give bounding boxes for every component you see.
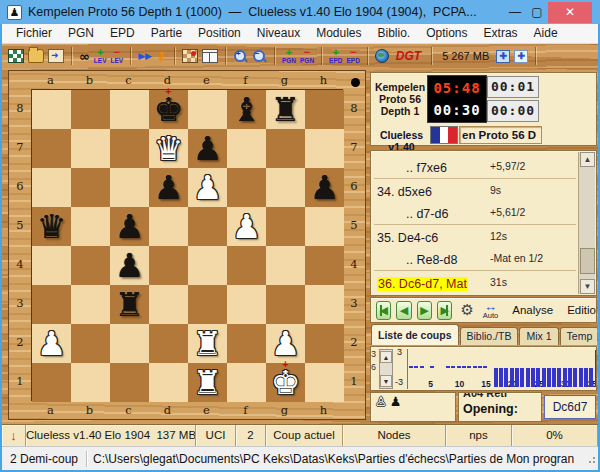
toolbar-separator: [274, 47, 275, 65]
square-f5[interactable]: ♟: [227, 207, 266, 246]
level-plus-icon-glyph: +: [97, 48, 103, 57]
tab-biblio-tb[interactable]: Biblio./TB: [460, 327, 519, 345]
eval-bar-move-33: [579, 368, 583, 387]
square-h3[interactable]: [305, 285, 344, 324]
eval-bar-move-32: [573, 368, 577, 387]
evaluation-chart: 3 -3 5101520253035: [395, 347, 597, 391]
black-pawn-icon: ♟: [390, 394, 402, 409]
new-board-icon[interactable]: [8, 45, 24, 67]
move-info: +5,61/2: [490, 201, 525, 224]
panel-tabs: Liste de coupsBiblio./TBMix 1Temp: [371, 323, 597, 345]
epd-minus-icon-glyph: −: [350, 48, 356, 57]
toolbar-separator: [174, 47, 175, 65]
level-minus-icon-sub: LEV: [111, 57, 124, 64]
zoom-out-icon[interactable]: −: [252, 45, 267, 67]
square-f6[interactable]: [227, 168, 266, 207]
square-c4[interactable]: ♟: [110, 246, 149, 285]
file-label-bottom-f: f: [226, 403, 265, 417]
rank-label-left-4: 4: [13, 245, 27, 284]
eval-bar-move-31: [568, 368, 572, 387]
epd-plus-icon-sub: EPD: [329, 57, 342, 64]
layout-restore-icon-shape: ✚: [514, 50, 528, 63]
tab-window-icon-shape: [202, 49, 218, 63]
rank-label-right-3: 3: [347, 284, 361, 323]
pin-board-icon[interactable]: [182, 45, 198, 67]
first-move-button[interactable]: ◀: [376, 301, 391, 320]
file-label-bottom-b: b: [70, 403, 109, 417]
file-label-top-b: b: [70, 73, 109, 87]
chess-board: ♚+♝♜♛♟♟♟♟♛♟♟♟♜♟♜♟♜♚+ aabbccddeeffgghh887…: [8, 70, 366, 420]
square-f1[interactable]: [227, 363, 266, 402]
level-minus-icon[interactable]: −LEV: [111, 45, 124, 67]
square-b4[interactable]: [71, 246, 110, 285]
eval-bar-move-2: [414, 366, 418, 368]
white-engine-name: Kempelen Proto 56 Depth 1: [373, 75, 427, 123]
square-g2[interactable]: ♟: [266, 324, 305, 363]
square-e1[interactable]: ♜: [188, 363, 227, 402]
white-rook[interactable]: ♜: [188, 324, 227, 363]
square-c3[interactable]: ♜: [110, 285, 149, 324]
eval-bar-move-13: [473, 366, 477, 368]
square-c5[interactable]: ♟: [110, 207, 149, 246]
pgn-plus-icon-glyph: +: [286, 48, 292, 57]
rank-label-right-7: 7: [347, 128, 361, 167]
square-h4[interactable]: [305, 246, 344, 285]
move-text: .. d7-d6: [374, 207, 448, 221]
nodes-cell: Nodes: [343, 425, 446, 447]
move-row[interactable]: .. d7-d6+5,61/2: [374, 201, 576, 224]
square-a7[interactable]: [32, 129, 71, 168]
current-move-highlight: 36. Dc6-d7, Mat: [377, 277, 468, 291]
file-path: C:\Users\glegat\Documents\PC Keks\Datas\…: [87, 452, 586, 466]
black-clock-main: 00:01: [487, 76, 539, 98]
square-a1[interactable]: [32, 363, 71, 402]
white-pawn[interactable]: ♟: [227, 207, 266, 246]
move-info: -Mat en 1/2: [490, 247, 543, 270]
new-board-icon-shape: [8, 49, 24, 63]
scrollbar-thumb[interactable]: [580, 248, 595, 274]
menu-position[interactable]: Position: [190, 24, 249, 43]
move-text: 34. d5xe6: [374, 185, 432, 199]
file-label-bottom-h: h: [304, 403, 343, 417]
title-bar: ♟ Kempelen Proto 56 Depth 1 (1000) — Clu…: [0, 0, 600, 24]
eval-bar-move-15: [483, 366, 487, 368]
square-f8[interactable]: ♝: [227, 90, 266, 129]
square-a6[interactable]: [32, 168, 71, 207]
square-d5[interactable]: [149, 207, 188, 246]
black-pawn[interactable]: ♟: [188, 129, 227, 168]
move-text: .. f7xe6: [374, 161, 447, 175]
tab-mix-1[interactable]: Mix 1: [519, 327, 558, 345]
previous-move-button[interactable]: ◀: [396, 301, 411, 320]
square-b7[interactable]: [71, 129, 110, 168]
white-engine-name-line2: Proto 56: [373, 93, 427, 105]
square-e7[interactable]: ♟: [188, 129, 227, 168]
eval-bar-move-27: [547, 368, 551, 387]
scroll-up-button[interactable]: ▲: [580, 152, 595, 167]
auto-play-button[interactable]: ↔ Auto: [483, 301, 498, 320]
board-grid: ♚+♝♜♛♟♟♟♟♛♟♟♟♜♟♜♟♜♚+: [31, 89, 343, 401]
globe-icon-shape: [375, 49, 389, 63]
square-f4[interactable]: [227, 246, 266, 285]
eval-bar-move-30: [563, 368, 567, 387]
menu-aide[interactable]: Aide: [526, 24, 566, 43]
square-c2[interactable]: [110, 324, 149, 363]
square-a4[interactable]: [32, 246, 71, 285]
square-f3[interactable]: [227, 285, 266, 324]
eval-bar-move-17: [494, 368, 498, 387]
square-b8[interactable]: [71, 90, 110, 129]
fast-forward-icon[interactable]: ▶▶: [138, 45, 152, 67]
opening-box: A04 Réti Opening:: [458, 392, 542, 422]
save-game-icon[interactable]: [48, 45, 64, 67]
square-h1[interactable]: [305, 363, 344, 402]
tab-temp[interactable]: Temp: [560, 327, 597, 345]
black-rook[interactable]: ♜: [266, 90, 305, 129]
move-info: 9s: [490, 179, 501, 202]
x-tick-5: 5: [428, 379, 433, 389]
scale-label: 3: [371, 348, 378, 361]
chart-scale-labels: 36: [371, 348, 378, 374]
square-h5[interactable]: [305, 207, 344, 246]
white-engine-name-line3: Depth 1: [373, 105, 427, 117]
square-b5[interactable]: [71, 207, 110, 246]
save-game-icon-shape: [48, 49, 64, 63]
file-label-top-c: c: [109, 73, 148, 87]
maximize-button[interactable]: ▢: [526, 2, 548, 22]
menu-epd[interactable]: EPD: [102, 24, 143, 43]
eval-bar-move-22: [520, 368, 524, 387]
app-icon: ♟: [7, 5, 22, 20]
square-g1[interactable]: ♚+: [266, 363, 305, 402]
open-folder-icon-shape: [28, 49, 44, 63]
auto-label: Auto: [483, 312, 498, 320]
chart-scale-spinner[interactable]: ▲ ▼: [379, 349, 393, 389]
window-edge-left: [0, 24, 2, 470]
current-move-cell: Coup actuel: [266, 425, 343, 447]
tab-liste-de-coups[interactable]: Liste de coups: [371, 324, 459, 345]
rank-label-left-7: 7: [13, 128, 27, 167]
engine-status-bar: ↓Clueless v1.40 Elo 1904 137 MBUCI2Coup …: [2, 424, 598, 446]
x-tick-10: 10: [455, 379, 464, 389]
move-info: 12s: [490, 225, 507, 248]
material-tray: ♙♟: [370, 392, 456, 422]
level-plus-icon[interactable]: +LEV: [94, 45, 107, 67]
pgn-minus-icon-glyph: −: [304, 48, 310, 57]
toolbar-separator: [130, 47, 131, 65]
menu-niveaux[interactable]: Niveaux: [249, 24, 308, 43]
square-h2[interactable]: [305, 324, 344, 363]
zoom-out-icon-sign: −: [255, 49, 260, 58]
white-pawn[interactable]: ♟: [32, 324, 71, 363]
pgn-minus-icon-sub: PGN: [300, 57, 314, 64]
swap-updown-icon[interactable]: ↕: [156, 45, 167, 67]
epd-plus-icon[interactable]: +EPD: [329, 45, 342, 67]
menu-partie[interactable]: Partie: [143, 24, 190, 43]
white-engine-marquee: en Proto 56 D: [459, 126, 542, 144]
epd-minus-icon[interactable]: −EPD: [346, 45, 359, 67]
menu-fichier[interactable]: Fichier: [8, 24, 60, 43]
fullscreen-icon-shape: ✚: [496, 50, 510, 63]
square-f7[interactable]: [227, 129, 266, 168]
scale-up-button[interactable]: ▲: [380, 351, 392, 363]
black-clock-bonus: 00:00: [487, 100, 539, 122]
square-c1[interactable]: [110, 363, 149, 402]
pgn-minus-icon[interactable]: −PGN: [300, 45, 314, 67]
halfmove-counter: 2 Demi-coup: [2, 452, 86, 466]
rank-label-left-5: 5: [13, 206, 27, 245]
dgt-board-logo[interactable]: DGT: [393, 45, 424, 67]
eval-bar-move-29: [557, 368, 561, 387]
engine-arrow-icon: ↓: [2, 425, 26, 447]
eval-bar-move-28: [552, 368, 556, 387]
square-e3[interactable]: [188, 285, 227, 324]
france-flag-icon: [430, 126, 458, 144]
resize-grip[interactable]: [586, 454, 596, 464]
white-pawn[interactable]: ♟: [188, 168, 227, 207]
check-marker: +: [266, 360, 305, 370]
square-d3[interactable]: [149, 285, 188, 324]
toolbar-separator: [71, 47, 72, 65]
black-rook[interactable]: ♜: [110, 285, 149, 324]
eval-bar-move-23: [526, 368, 530, 387]
depth-cell: 2: [236, 425, 266, 447]
clock-panel: Kempelen Proto 56 Depth 1 05:48 00:30 00…: [370, 72, 597, 146]
move-row[interactable]: 35. De4-c612s: [374, 224, 576, 247]
toolbar-separator: [225, 47, 226, 65]
move-list-scrollbar[interactable]: ▲ ▼: [578, 152, 595, 294]
level-minus-icon-glyph: −: [114, 48, 120, 57]
square-h6[interactable]: ♟: [305, 168, 344, 207]
level-plus-icon-sub: LEV: [94, 57, 107, 64]
open-folder-icon[interactable]: [28, 45, 44, 67]
scale-label: 6: [371, 361, 378, 374]
opening-code: A04 Réti: [463, 392, 541, 399]
square-d7[interactable]: ♛: [149, 129, 188, 168]
eval-bar-move-25: [536, 368, 540, 387]
menu-options[interactable]: Options: [418, 24, 475, 43]
settings-gear-icon[interactable]: ⚙: [460, 301, 473, 319]
file-label-top-h: h: [304, 73, 343, 87]
status-bar: 2 Demi-coup C:\Users\glegat\Documents\PC…: [2, 446, 598, 470]
square-d2[interactable]: [149, 324, 188, 363]
square-e4[interactable]: [188, 246, 227, 285]
eval-bar-move-36: [595, 350, 598, 387]
file-label-bottom-d: d: [148, 403, 187, 417]
check-marker: +: [149, 87, 188, 97]
move-list: .. f7xe6+5,97/234. d5xe69s.. d7-d6+5,61/…: [370, 150, 597, 296]
black-pawn[interactable]: ♟: [305, 168, 344, 207]
black-bishop[interactable]: ♝: [227, 90, 266, 129]
rank-label-right-1: 1: [347, 362, 361, 401]
black-pawn[interactable]: ♟: [110, 246, 149, 285]
epd-minus-icon-sub: EPD: [346, 57, 359, 64]
white-rook[interactable]: ♜: [188, 363, 227, 402]
fullscreen-icon[interactable]: ✚: [496, 45, 510, 67]
move-row[interactable]: .. f7xe6+5,97/2: [374, 155, 576, 178]
square-g5[interactable]: [266, 207, 305, 246]
move-text: .. Re8-d8: [374, 253, 457, 267]
square-d6[interactable]: ♟: [149, 168, 188, 207]
white-queen[interactable]: ♛: [149, 129, 188, 168]
square-d4[interactable]: [149, 246, 188, 285]
eval-bar-move-5: [430, 366, 434, 368]
eval-bar-move-21: [515, 368, 519, 387]
menu-bar: FichierPGNEPDPartiePositionNiveauxModule…: [2, 24, 598, 44]
memory-label: 5 267 MB: [439, 45, 492, 67]
scroll-down-button[interactable]: ▼: [580, 279, 595, 294]
rank-label-right-8: 8: [347, 89, 361, 128]
square-b1[interactable]: [71, 363, 110, 402]
square-c8[interactable]: [110, 90, 149, 129]
file-label-bottom-e: e: [187, 403, 226, 417]
square-g4[interactable]: [266, 246, 305, 285]
white-clock: 05:48 00:30: [427, 75, 487, 123]
black-queen[interactable]: ♛: [32, 207, 71, 246]
menu-pgn[interactable]: PGN: [60, 24, 102, 43]
white-engine-name-line1: Kempelen: [373, 81, 427, 93]
file-label-top-a: a: [31, 73, 70, 87]
infinite-analysis-icon[interactable]: ∞: [79, 45, 90, 67]
file-label-bottom-c: c: [109, 403, 148, 417]
toolbar-separator: [321, 47, 322, 65]
square-h8[interactable]: [305, 90, 344, 129]
close-button[interactable]: ✕: [548, 2, 592, 23]
pgn-plus-icon[interactable]: +PGN: [282, 45, 296, 67]
square-c7[interactable]: [110, 129, 149, 168]
square-a5[interactable]: ♛: [32, 207, 71, 246]
eval-bar-move-9: [451, 366, 455, 368]
eval-bar-move-18: [499, 368, 503, 387]
square-g3[interactable]: [266, 285, 305, 324]
move-row[interactable]: 34. d5xe69s: [374, 178, 576, 201]
eval-bar-move-3: [420, 366, 424, 368]
square-c6[interactable]: [110, 168, 149, 207]
rank-label-left-1: 1: [13, 362, 27, 401]
menu-extras[interactable]: Extras: [476, 24, 526, 43]
square-f2[interactable]: [227, 324, 266, 363]
square-e5[interactable]: [188, 207, 227, 246]
move-text: 36. Dc6-d7, Mat: [374, 277, 468, 291]
file-label-top-g: g: [265, 73, 304, 87]
square-h7[interactable]: [305, 129, 344, 168]
square-b6[interactable]: [71, 168, 110, 207]
square-d1[interactable]: [149, 363, 188, 402]
white-pawn[interactable]: ♟: [266, 324, 305, 363]
white-pawn-icon: ♙: [375, 394, 387, 409]
y-axis-bottom-label: -3: [395, 377, 403, 387]
eval-bar-move-35: [589, 368, 593, 387]
rank-label-right-4: 4: [347, 245, 361, 284]
square-a8[interactable]: [32, 90, 71, 129]
black-engine-name-line1: Clueless: [373, 129, 430, 141]
square-a2[interactable]: ♟: [32, 324, 71, 363]
rank-label-left-2: 2: [13, 323, 27, 362]
rank-label-left-6: 6: [13, 167, 27, 206]
square-e6[interactable]: ♟: [188, 168, 227, 207]
analyse-button[interactable]: Analyse: [512, 304, 553, 316]
square-b3[interactable]: [71, 285, 110, 324]
move-row[interactable]: .. Re8-d8-Mat en 1/2: [374, 247, 576, 270]
edition-button[interactable]: Editio: [567, 304, 596, 316]
layout-restore-icon[interactable]: ✚: [514, 45, 528, 67]
toolbar-separator: [431, 47, 432, 65]
black-clock: 00:01 00:00: [487, 75, 539, 123]
tab-window-icon[interactable]: [202, 45, 218, 67]
rank-label-right-5: 5: [347, 206, 361, 245]
globe-icon[interactable]: [375, 45, 389, 67]
scale-down-button[interactable]: ▼: [380, 375, 392, 387]
zoom-in-icon[interactable]: +: [233, 45, 248, 67]
rank-label-right-6: 6: [347, 167, 361, 206]
last-move-button[interactable]: ▶: [437, 301, 452, 320]
eval-bar-move-1: [409, 366, 413, 368]
file-label-top-f: f: [226, 73, 265, 87]
black-pawn[interactable]: ♟: [110, 207, 149, 246]
eval-bar-move-26: [542, 368, 546, 387]
x-tick-15: 15: [481, 379, 490, 389]
square-a3[interactable]: [32, 285, 71, 324]
rank-label-left-3: 3: [13, 284, 27, 323]
move-info: +5,97/2: [490, 155, 525, 178]
eval-bar-move-14: [478, 366, 482, 368]
pgn-plus-icon-sub: PGN: [282, 57, 296, 64]
navigation-row: ◀ ◀ ▶ ▶ ⚙ ↔ Auto Analyse Editio: [370, 297, 597, 323]
rank-label-right-2: 2: [347, 323, 361, 362]
rank-label-left-8: 8: [13, 89, 27, 128]
epd-plus-icon-glyph: +: [333, 48, 339, 57]
progress-cell: 0%: [512, 425, 598, 447]
file-label-top-d: d: [148, 73, 187, 87]
square-e2[interactable]: ♜: [188, 324, 227, 363]
y-axis-top-label: 3: [397, 347, 402, 357]
move-row[interactable]: 36. Dc6-d7, Mat31s: [374, 270, 576, 293]
zoom-in-icon-shape: +: [233, 49, 248, 64]
menu-modules[interactable]: Modules: [308, 24, 369, 43]
y-axis-line: [407, 349, 408, 389]
black-pawn[interactable]: ♟: [149, 168, 188, 207]
square-g6[interactable]: [266, 168, 305, 207]
minimize-button[interactable]: —: [504, 2, 526, 22]
square-b2[interactable]: [71, 324, 110, 363]
square-e8[interactable]: [188, 90, 227, 129]
eval-bar-move-12: [467, 366, 471, 368]
white-clock-main: 05:48: [430, 77, 484, 99]
eval-bar-move-11: [462, 366, 466, 368]
side-to-move-indicator: [351, 78, 360, 87]
window-title: Kempelen Proto 56 Depth 1 (1000) — Cluel…: [28, 5, 477, 19]
eval-bar-move-20: [510, 368, 514, 387]
protocol-cell: UCI: [196, 425, 236, 447]
opening-move-field[interactable]: Dc6d7: [544, 395, 596, 419]
zoom-in-icon-sign: +: [236, 49, 241, 58]
auto-arrow-icon: ↔: [484, 301, 497, 312]
square-d8[interactable]: ♚+: [149, 90, 188, 129]
engine-name-cell: Clueless v1.40 Elo 1904 137 MB: [26, 425, 196, 447]
pin-board-icon-shape: [182, 49, 198, 63]
square-g8[interactable]: ♜: [266, 90, 305, 129]
menu-biblio[interactable]: Biblio.: [370, 24, 419, 43]
file-label-bottom-a: a: [31, 403, 70, 417]
eval-bar-move-19: [504, 368, 508, 387]
square-g7[interactable]: [266, 129, 305, 168]
opening-label: Opening:: [463, 402, 541, 416]
move-info: 31s: [490, 271, 507, 294]
next-move-button[interactable]: ▶: [417, 301, 432, 320]
zoom-out-icon-shape: −: [252, 49, 267, 64]
eval-bar-move-34: [584, 368, 588, 387]
white-clock-bonus: 00:30: [430, 99, 484, 121]
